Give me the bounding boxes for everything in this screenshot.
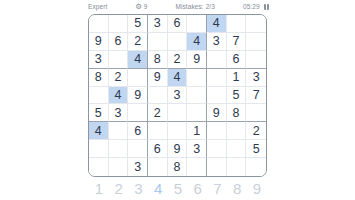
cell-r5-c6[interactable] — [187, 87, 207, 105]
cell-r7-c2[interactable] — [109, 122, 129, 140]
cell-r8-c6[interactable]: 3 — [187, 140, 207, 158]
numpad-digit-1[interactable]: 1 — [92, 181, 106, 196]
cell-r6-c3[interactable] — [128, 104, 148, 122]
cell-r1-c1[interactable] — [89, 15, 109, 33]
pause-icon — [267, 4, 269, 10]
cell-r9-c5[interactable]: 8 — [168, 158, 188, 176]
cell-r9-c3[interactable]: 3 — [128, 158, 148, 176]
cell-r9-c7[interactable] — [207, 158, 227, 176]
cell-r2-c3[interactable]: 2 — [128, 33, 148, 51]
cell-r5-c1[interactable] — [89, 87, 109, 105]
cell-r5-c7[interactable] — [207, 87, 227, 105]
cell-r1-c5[interactable]: 6 — [168, 15, 188, 33]
cell-r8-c2[interactable] — [109, 140, 129, 158]
cell-r9-c9[interactable] — [246, 158, 266, 176]
cell-r4-c6[interactable] — [187, 69, 207, 87]
cell-r2-c7[interactable]: 3 — [207, 33, 227, 51]
pause-icon — [264, 4, 266, 10]
hint-counter[interactable]: ⚙ 9 — [135, 3, 147, 11]
cell-r6-c4[interactable]: 2 — [148, 104, 168, 122]
cell-r4-c1[interactable]: 8 — [89, 69, 109, 87]
cell-r3-c5[interactable]: 2 — [168, 51, 188, 69]
cell-r9-c1[interactable] — [89, 158, 109, 176]
cell-r2-c4[interactable] — [148, 33, 168, 51]
cell-r9-c6[interactable] — [187, 158, 207, 176]
cell-r7-c6[interactable]: 1 — [187, 122, 207, 140]
cell-r1-c2[interactable] — [109, 15, 129, 33]
pause-button[interactable] — [264, 4, 269, 10]
cell-r5-c4[interactable] — [148, 87, 168, 105]
cell-r1-c4[interactable]: 3 — [148, 15, 168, 33]
cell-r7-c4[interactable] — [148, 122, 168, 140]
cell-r6-c6[interactable] — [187, 104, 207, 122]
sudoku-app: Expert ⚙ 9 Mistakes: 2/3 05:29 536496243… — [0, 0, 355, 200]
cell-r1-c6[interactable] — [187, 15, 207, 33]
cell-r2-c1[interactable]: 9 — [89, 33, 109, 51]
gear-icon: ⚙ — [135, 3, 142, 11]
cell-r3-c6[interactable]: 9 — [187, 51, 207, 69]
numpad-digit-2[interactable]: 2 — [112, 181, 126, 196]
cell-r4-c2[interactable]: 2 — [109, 69, 129, 87]
cell-r7-c8[interactable] — [227, 122, 247, 140]
cell-r3-c1[interactable]: 3 — [89, 51, 109, 69]
cell-r8-c5[interactable]: 9 — [168, 140, 188, 158]
numpad-digit-9[interactable]: 9 — [250, 181, 264, 196]
cell-r5-c8[interactable]: 5 — [227, 87, 247, 105]
cell-r8-c8[interactable] — [227, 140, 247, 158]
cell-r8-c1[interactable] — [89, 140, 109, 158]
cell-r2-c5[interactable] — [168, 33, 188, 51]
cell-r3-c2[interactable] — [109, 51, 129, 69]
sudoku-board: 5364962437348296829413493575329846126935… — [88, 14, 267, 177]
numpad-digit-8[interactable]: 8 — [230, 181, 244, 196]
cell-r1-c3[interactable]: 5 — [128, 15, 148, 33]
cell-r7-c9[interactable]: 2 — [246, 122, 266, 140]
cell-r3-c3[interactable]: 4 — [128, 51, 148, 69]
cell-r5-c9[interactable]: 7 — [246, 87, 266, 105]
numpad-digit-5[interactable]: 5 — [171, 181, 185, 196]
cell-r6-c1[interactable]: 5 — [89, 104, 109, 122]
cell-r6-c7[interactable]: 9 — [207, 104, 227, 122]
cell-r2-c6[interactable]: 4 — [187, 33, 207, 51]
cell-r2-c9[interactable] — [246, 33, 266, 51]
cell-r4-c9[interactable]: 3 — [246, 69, 266, 87]
cell-r9-c8[interactable] — [227, 158, 247, 176]
cell-r7-c3[interactable]: 6 — [128, 122, 148, 140]
cell-r8-c3[interactable] — [128, 140, 148, 158]
numpad-digit-7[interactable]: 7 — [211, 181, 225, 196]
cell-r3-c4[interactable]: 8 — [148, 51, 168, 69]
cell-r5-c2[interactable]: 4 — [109, 87, 129, 105]
cell-r6-c8[interactable]: 8 — [227, 104, 247, 122]
cell-r8-c9[interactable]: 5 — [246, 140, 266, 158]
cell-r1-c9[interactable] — [246, 15, 266, 33]
cell-r8-c4[interactable]: 6 — [148, 140, 168, 158]
number-pad: 123456789 — [92, 179, 264, 198]
cell-r9-c2[interactable] — [109, 158, 129, 176]
mistakes-label: Mistakes: 2/3 — [175, 3, 215, 10]
timer-group: 05:29 — [243, 3, 269, 10]
cell-r1-c8[interactable] — [227, 15, 247, 33]
numpad-digit-6[interactable]: 6 — [191, 181, 205, 196]
numpad-digit-3[interactable]: 3 — [132, 181, 146, 196]
timer-value: 05:29 — [243, 3, 260, 10]
top-bar: Expert ⚙ 9 Mistakes: 2/3 05:29 — [88, 1, 269, 12]
cell-r3-c7[interactable] — [207, 51, 227, 69]
cell-r6-c5[interactable] — [168, 104, 188, 122]
cell-r2-c2[interactable]: 6 — [109, 33, 129, 51]
cell-r4-c7[interactable] — [207, 69, 227, 87]
cell-r7-c1[interactable]: 4 — [89, 122, 109, 140]
cell-r4-c3[interactable] — [128, 69, 148, 87]
cell-r3-c9[interactable] — [246, 51, 266, 69]
cell-r2-c8[interactable]: 7 — [227, 33, 247, 51]
cell-r7-c7[interactable] — [207, 122, 227, 140]
cell-r7-c5[interactable] — [168, 122, 188, 140]
cell-r4-c5[interactable]: 4 — [168, 69, 188, 87]
cell-r4-c4[interactable]: 9 — [148, 69, 168, 87]
cell-r9-c4[interactable] — [148, 158, 168, 176]
numpad-digit-4[interactable]: 4 — [151, 181, 165, 196]
cell-r5-c5[interactable]: 3 — [168, 87, 188, 105]
cell-r6-c9[interactable] — [246, 104, 266, 122]
cell-r6-c2[interactable]: 3 — [109, 104, 129, 122]
cell-r3-c8[interactable]: 6 — [227, 51, 247, 69]
cell-r4-c8[interactable]: 1 — [227, 69, 247, 87]
cell-r8-c7[interactable] — [207, 140, 227, 158]
difficulty-label: Expert — [88, 3, 107, 10]
hint-count: 9 — [144, 3, 148, 10]
cell-r5-c3[interactable]: 9 — [128, 87, 148, 105]
cell-r1-c7[interactable]: 4 — [207, 15, 227, 33]
